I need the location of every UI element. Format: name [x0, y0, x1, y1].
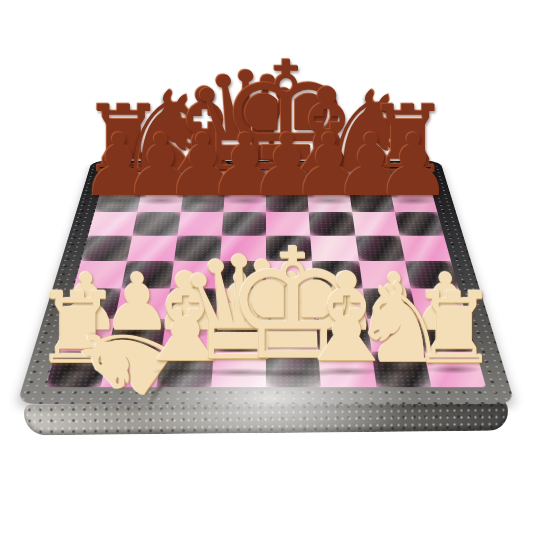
black-pawn-h7[interactable]: ♟ — [375, 122, 452, 208]
white-rook-h1[interactable]: ♜ — [410, 279, 498, 377]
pieces-layer: ♜♞♝♛♚♝♞♜♟♟♟♟♟♟♟♟♟♟♟♟♟♟♟♟♜♞♝♛♚♝♞♜ — [0, 0, 533, 533]
chess-set-photo: ♜♞♝♛♚♝♞♜♟♟♟♟♟♟♟♟♟♟♟♟♟♟♟♟♜♞♝♛♚♝♞♜ — [0, 0, 533, 533]
